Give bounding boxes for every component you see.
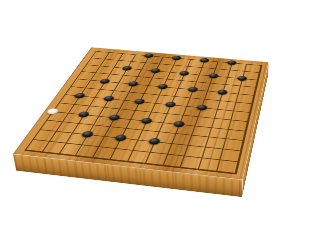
black-stone — [77, 111, 90, 118]
black-stone — [144, 53, 155, 58]
intersection-r12c4 — [70, 139, 93, 151]
white-stone — [46, 108, 60, 115]
intersection-r11c5 — [93, 131, 115, 143]
intersection-r12c9 — [156, 148, 178, 161]
intersection-r10c3 — [67, 118, 89, 129]
black-stone — [108, 114, 121, 121]
intersection-r9c5 — [104, 112, 125, 123]
black-stone — [227, 60, 237, 65]
intersection-r8c6 — [125, 105, 145, 115]
go-board — [13, 47, 269, 179]
intersection-r12c10 — [174, 149, 195, 162]
black-stone — [173, 120, 186, 127]
black-stone — [237, 76, 248, 82]
intersection-r9c8 — [152, 117, 172, 128]
black-stone — [171, 55, 182, 60]
intersection-r10c12 — [215, 133, 235, 145]
intersection-r11c7 — [127, 134, 149, 146]
black-stone — [217, 89, 228, 95]
intersection-r10c7 — [132, 124, 153, 135]
intersection-r7c8 — [161, 100, 180, 110]
intersection-r10c11 — [198, 131, 218, 143]
black-stone — [127, 81, 139, 87]
intersection-r11c12 — [212, 143, 232, 155]
intersection-r8c5 — [109, 103, 129, 113]
black-stone — [73, 93, 86, 99]
intersection-r7c10 — [192, 102, 211, 112]
black-stone — [179, 70, 190, 75]
intersection-r12c8 — [139, 146, 161, 158]
intersection-r10c1 — [35, 115, 57, 126]
intersection-r11c3 — [60, 127, 82, 138]
intersection-r11c1 — [28, 124, 51, 135]
intersection-r10c2 — [51, 116, 73, 127]
intersection-r12c7 — [121, 144, 143, 156]
intersection-r8c9 — [173, 110, 192, 121]
intersection-r8c11 — [205, 113, 224, 124]
black-stone — [98, 79, 110, 85]
intersection-r8c7 — [141, 107, 161, 117]
intersection-r8c4 — [94, 102, 114, 112]
black-stone — [150, 68, 161, 73]
intersection-r11c9 — [160, 137, 181, 149]
black-stone — [147, 138, 160, 146]
intersection-r9c4 — [88, 111, 109, 122]
black-stone — [81, 131, 95, 138]
intersection-r12c12 — [209, 153, 230, 166]
intersection-r8c12 — [221, 114, 240, 125]
intersection-r6c12 — [227, 97, 245, 107]
intersection-r10c10 — [181, 129, 201, 141]
intersection-r10c8 — [148, 126, 169, 137]
intersection-r12c1 — [21, 133, 44, 145]
intersection-r10c6 — [115, 123, 136, 134]
intersection-r9c12 — [218, 123, 237, 134]
black-stone — [133, 98, 145, 104]
intersection-r8c3 — [79, 101, 100, 111]
black-stone — [122, 65, 133, 70]
intersection-r9c1 — [42, 106, 64, 116]
scene — [52, 0, 258, 206]
intersection-r7c11 — [208, 104, 227, 114]
intersection-r11c8 — [143, 136, 164, 148]
black-stone — [187, 87, 198, 93]
intersection-r9c7 — [136, 115, 156, 126]
black-stone — [199, 58, 209, 63]
intersection-r11c10 — [178, 139, 199, 151]
intersection-r9c6 — [120, 114, 141, 125]
black-stone — [103, 96, 116, 102]
black-stone — [164, 101, 176, 107]
intersection-r9c9 — [169, 118, 189, 129]
intersection-r12c5 — [87, 140, 110, 152]
black-stone — [114, 134, 128, 141]
intersection-r7c7 — [145, 98, 164, 108]
intersection-r11c2 — [44, 126, 67, 137]
intersection-r10c5 — [99, 121, 120, 132]
intersection-r12c6 — [104, 142, 126, 154]
black-stone — [208, 73, 219, 78]
black-stone — [196, 104, 208, 110]
intersection-r10c4 — [83, 120, 105, 131]
intersection-r12c2 — [37, 135, 60, 147]
intersection-r8c8 — [157, 108, 177, 118]
intersection-r7c9 — [176, 101, 195, 111]
intersection-r9c2 — [57, 108, 78, 118]
intersection-r8c10 — [189, 111, 208, 122]
photo-background — [0, 0, 320, 240]
intersection-r11c11 — [195, 141, 216, 153]
intersection-r6c11 — [211, 96, 229, 106]
intersection-r11c6 — [110, 132, 132, 144]
intersection-r9c11 — [202, 122, 222, 133]
intersection-r12c11 — [191, 151, 212, 164]
intersection-r7c12 — [224, 105, 242, 115]
intersection-r11c4 — [77, 129, 99, 141]
intersection-r10c9 — [165, 128, 185, 139]
intersection-r9c3 — [73, 109, 94, 119]
intersection-r9c10 — [185, 120, 205, 131]
intersection-r12c3 — [54, 137, 77, 149]
black-stone — [140, 117, 153, 124]
black-stone — [157, 84, 169, 90]
